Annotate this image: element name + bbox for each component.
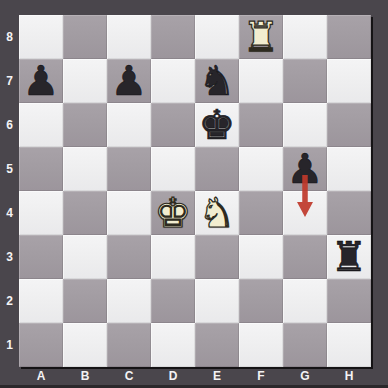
square-e4[interactable]: ♞ xyxy=(195,191,239,235)
square-h5[interactable] xyxy=(327,147,371,191)
square-a7[interactable]: ♟ xyxy=(19,59,63,103)
square-a4[interactable] xyxy=(19,191,63,235)
square-b7[interactable] xyxy=(63,59,107,103)
square-c6[interactable] xyxy=(107,103,151,147)
rank-labels: 87654321 xyxy=(0,15,19,367)
black-rook[interactable]: ♜ xyxy=(331,235,368,279)
file-label-g: G xyxy=(283,367,327,385)
rank-label-6: 6 xyxy=(0,103,19,147)
square-c2[interactable] xyxy=(107,279,151,323)
square-f2[interactable] xyxy=(239,279,283,323)
square-b6[interactable] xyxy=(63,103,107,147)
square-d5[interactable] xyxy=(151,147,195,191)
rank-label-5: 5 xyxy=(0,147,19,191)
square-f1[interactable] xyxy=(239,323,283,367)
rank-label-3: 3 xyxy=(0,235,19,279)
square-b2[interactable] xyxy=(63,279,107,323)
square-b1[interactable] xyxy=(63,323,107,367)
square-g4[interactable] xyxy=(283,191,327,235)
square-d2[interactable] xyxy=(151,279,195,323)
rank-label-8: 8 xyxy=(0,15,19,59)
rank-label-1: 1 xyxy=(0,323,19,367)
square-b4[interactable] xyxy=(63,191,107,235)
square-f6[interactable] xyxy=(239,103,283,147)
file-labels: ABCDEFGH xyxy=(19,367,371,385)
white-rook[interactable]: ♜ xyxy=(243,15,280,59)
square-d4[interactable]: ♚ xyxy=(151,191,195,235)
square-g3[interactable] xyxy=(283,235,327,279)
square-f4[interactable] xyxy=(239,191,283,235)
square-h2[interactable] xyxy=(327,279,371,323)
square-g7[interactable] xyxy=(283,59,327,103)
file-label-e: E xyxy=(195,367,239,385)
square-c7[interactable]: ♟ xyxy=(107,59,151,103)
square-h4[interactable] xyxy=(327,191,371,235)
square-a8[interactable] xyxy=(19,15,63,59)
file-label-b: B xyxy=(63,367,107,385)
file-label-a: A xyxy=(19,367,63,385)
square-f7[interactable] xyxy=(239,59,283,103)
file-label-d: D xyxy=(151,367,195,385)
square-d3[interactable] xyxy=(151,235,195,279)
square-c5[interactable] xyxy=(107,147,151,191)
square-g5[interactable]: ♟ xyxy=(283,147,327,191)
chess-board[interactable]: ♜♟♟♞♚♟♚♞♜ xyxy=(19,15,371,367)
square-h1[interactable] xyxy=(327,323,371,367)
square-a6[interactable] xyxy=(19,103,63,147)
square-a5[interactable] xyxy=(19,147,63,191)
square-f5[interactable] xyxy=(239,147,283,191)
rank-label-4: 4 xyxy=(0,191,19,235)
file-label-c: C xyxy=(107,367,151,385)
square-d1[interactable] xyxy=(151,323,195,367)
square-g1[interactable] xyxy=(283,323,327,367)
file-label-h: H xyxy=(327,367,371,385)
square-g8[interactable] xyxy=(283,15,327,59)
square-g2[interactable] xyxy=(283,279,327,323)
square-a3[interactable] xyxy=(19,235,63,279)
square-e8[interactable] xyxy=(195,15,239,59)
square-c3[interactable] xyxy=(107,235,151,279)
black-pawn[interactable]: ♟ xyxy=(111,59,148,103)
square-e2[interactable] xyxy=(195,279,239,323)
square-d8[interactable] xyxy=(151,15,195,59)
square-a1[interactable] xyxy=(19,323,63,367)
white-knight[interactable]: ♞ xyxy=(199,191,236,235)
square-d7[interactable] xyxy=(151,59,195,103)
square-c1[interactable] xyxy=(107,323,151,367)
black-knight[interactable]: ♞ xyxy=(199,59,236,103)
square-f8[interactable]: ♜ xyxy=(239,15,283,59)
square-c4[interactable] xyxy=(107,191,151,235)
square-h3[interactable]: ♜ xyxy=(327,235,371,279)
white-king[interactable]: ♚ xyxy=(155,191,192,235)
square-a2[interactable] xyxy=(19,279,63,323)
square-b5[interactable] xyxy=(63,147,107,191)
square-f3[interactable] xyxy=(239,235,283,279)
square-g6[interactable] xyxy=(283,103,327,147)
black-pawn[interactable]: ♟ xyxy=(287,147,324,191)
rank-label-7: 7 xyxy=(0,59,19,103)
black-king[interactable]: ♚ xyxy=(199,103,236,147)
chess-board-screenshot: 87654321 ♜♟♟♞♚♟♚♞♜ ABCDEFGH xyxy=(0,0,388,388)
square-e3[interactable] xyxy=(195,235,239,279)
square-e7[interactable]: ♞ xyxy=(195,59,239,103)
rank-label-2: 2 xyxy=(0,279,19,323)
square-c8[interactable] xyxy=(107,15,151,59)
square-h8[interactable] xyxy=(327,15,371,59)
square-e1[interactable] xyxy=(195,323,239,367)
file-label-f: F xyxy=(239,367,283,385)
square-e5[interactable] xyxy=(195,147,239,191)
square-d6[interactable] xyxy=(151,103,195,147)
square-e6[interactable]: ♚ xyxy=(195,103,239,147)
square-h6[interactable] xyxy=(327,103,371,147)
square-b3[interactable] xyxy=(63,235,107,279)
square-b8[interactable] xyxy=(63,15,107,59)
black-pawn[interactable]: ♟ xyxy=(23,59,60,103)
square-h7[interactable] xyxy=(327,59,371,103)
